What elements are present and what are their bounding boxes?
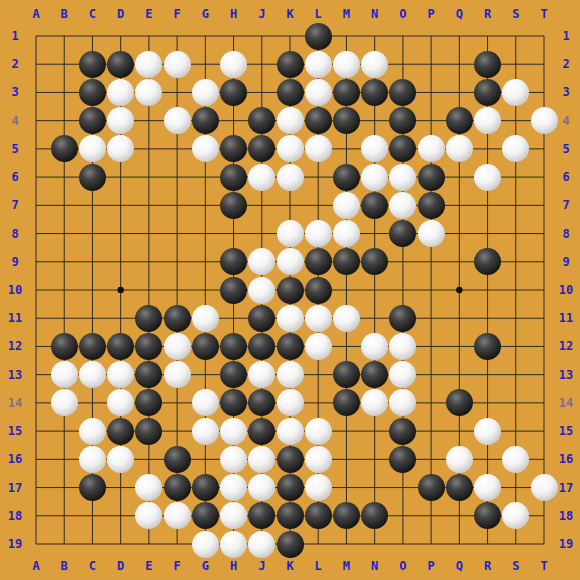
col-label: E: [145, 8, 152, 20]
white-stone: [277, 389, 304, 416]
col-label: A: [32, 8, 39, 20]
col-label: N: [371, 560, 378, 572]
black-stone: [418, 164, 445, 191]
col-label: H: [230, 8, 237, 20]
black-stone: [220, 277, 247, 304]
col-label: D: [117, 8, 124, 20]
row-label: 3: [11, 86, 18, 98]
white-stone: [51, 361, 78, 388]
white-stone: [305, 418, 332, 445]
col-label: T: [540, 560, 547, 572]
white-stone: [333, 192, 360, 219]
row-label: 11: [8, 312, 22, 324]
row-label: 18: [559, 510, 573, 522]
white-stone: [79, 361, 106, 388]
white-stone: [305, 51, 332, 78]
col-label: J: [258, 560, 265, 572]
row-label: 12: [559, 340, 573, 352]
row-label: 2: [562, 58, 569, 70]
black-stone: [79, 107, 106, 134]
white-stone: [531, 107, 558, 134]
black-stone: [164, 474, 191, 501]
col-label: O: [399, 8, 406, 20]
black-stone: [474, 51, 501, 78]
black-stone: [361, 79, 388, 106]
black-stone: [446, 474, 473, 501]
row-label: 16: [559, 453, 573, 465]
black-stone: [333, 248, 360, 275]
row-label: 14: [8, 397, 22, 409]
row-label: 9: [562, 256, 569, 268]
black-stone: [192, 333, 219, 360]
row-label: 8: [562, 228, 569, 240]
white-stone: [305, 305, 332, 332]
black-stone: [418, 474, 445, 501]
white-stone: [192, 135, 219, 162]
white-stone: [474, 164, 501, 191]
col-label: M: [343, 8, 350, 20]
white-stone: [502, 446, 529, 473]
col-label: L: [315, 8, 322, 20]
black-stone: [79, 164, 106, 191]
row-label: 17: [8, 482, 22, 494]
black-stone: [79, 474, 106, 501]
black-stone: [220, 361, 247, 388]
black-stone: [389, 446, 416, 473]
black-stone: [107, 333, 134, 360]
row-label: 11: [559, 312, 573, 324]
black-stone: [248, 418, 275, 445]
white-stone: [305, 446, 332, 473]
black-stone: [277, 531, 304, 558]
col-label: S: [512, 8, 519, 20]
white-stone: [531, 474, 558, 501]
white-stone: [248, 164, 275, 191]
black-stone: [79, 51, 106, 78]
white-stone: [446, 446, 473, 473]
black-stone: [51, 333, 78, 360]
black-stone: [277, 51, 304, 78]
black-stone: [164, 305, 191, 332]
col-label: Q: [456, 8, 463, 20]
white-stone: [361, 333, 388, 360]
black-stone: [333, 361, 360, 388]
white-stone: [502, 79, 529, 106]
row-label: 2: [11, 58, 18, 70]
black-stone: [135, 305, 162, 332]
col-label: S: [512, 560, 519, 572]
white-stone: [389, 164, 416, 191]
col-label: G: [202, 8, 209, 20]
white-stone: [220, 418, 247, 445]
row-label: 5: [562, 143, 569, 155]
white-stone: [164, 51, 191, 78]
row-label: 17: [559, 482, 573, 494]
col-label: B: [61, 8, 68, 20]
black-stone: [220, 79, 247, 106]
black-stone: [107, 51, 134, 78]
white-stone: [277, 220, 304, 247]
black-stone: [220, 192, 247, 219]
row-label: 4: [562, 115, 569, 127]
col-label: N: [371, 8, 378, 20]
black-stone: [277, 446, 304, 473]
col-label: E: [145, 560, 152, 572]
black-stone: [389, 418, 416, 445]
black-stone: [220, 164, 247, 191]
black-stone: [446, 389, 473, 416]
black-stone: [333, 79, 360, 106]
col-label: O: [399, 560, 406, 572]
white-stone: [277, 418, 304, 445]
black-stone: [79, 333, 106, 360]
col-label: R: [484, 8, 491, 20]
white-stone: [418, 135, 445, 162]
row-label: 10: [559, 284, 573, 296]
col-label: Q: [456, 560, 463, 572]
row-label: 7: [562, 199, 569, 211]
row-label: 3: [562, 86, 569, 98]
white-stone: [305, 333, 332, 360]
white-stone: [164, 502, 191, 529]
black-stone: [418, 192, 445, 219]
row-label: 13: [8, 369, 22, 381]
black-stone: [446, 107, 473, 134]
black-stone: [305, 107, 332, 134]
go-board[interactable]: [0, 0, 580, 580]
col-label: A: [32, 560, 39, 572]
white-stone: [305, 220, 332, 247]
white-stone: [446, 135, 473, 162]
row-label: 6: [562, 171, 569, 183]
white-stone: [277, 305, 304, 332]
white-stone: [220, 531, 247, 558]
col-label: H: [230, 560, 237, 572]
black-stone: [361, 192, 388, 219]
white-stone: [79, 418, 106, 445]
white-stone: [418, 220, 445, 247]
black-stone: [51, 135, 78, 162]
row-label: 19: [559, 538, 573, 550]
black-stone: [220, 333, 247, 360]
black-stone: [333, 502, 360, 529]
white-stone: [333, 305, 360, 332]
black-stone: [192, 502, 219, 529]
col-label: K: [286, 8, 293, 20]
white-stone: [248, 446, 275, 473]
white-stone: [248, 531, 275, 558]
col-label: P: [427, 560, 434, 572]
white-stone: [220, 446, 247, 473]
black-stone: [277, 79, 304, 106]
black-stone: [79, 79, 106, 106]
black-stone: [277, 333, 304, 360]
row-label: 7: [11, 199, 18, 211]
white-stone: [277, 164, 304, 191]
white-stone: [51, 389, 78, 416]
black-stone: [305, 23, 332, 50]
black-stone: [333, 164, 360, 191]
white-stone: [79, 446, 106, 473]
col-label: P: [427, 8, 434, 20]
white-stone: [277, 107, 304, 134]
row-label: 1: [562, 30, 569, 42]
black-stone: [192, 474, 219, 501]
white-stone: [389, 192, 416, 219]
col-label: R: [484, 560, 491, 572]
white-stone: [135, 51, 162, 78]
col-label: K: [286, 560, 293, 572]
white-stone: [164, 333, 191, 360]
white-stone: [474, 474, 501, 501]
white-stone: [277, 361, 304, 388]
black-stone: [389, 305, 416, 332]
white-stone: [248, 277, 275, 304]
white-stone: [220, 51, 247, 78]
col-label: F: [173, 8, 180, 20]
white-stone: [107, 79, 134, 106]
white-stone: [192, 418, 219, 445]
white-stone: [220, 474, 247, 501]
black-stone: [135, 418, 162, 445]
white-stone: [164, 107, 191, 134]
col-label: T: [540, 8, 547, 20]
white-stone: [192, 79, 219, 106]
row-label: 19: [8, 538, 22, 550]
col-label: C: [89, 8, 96, 20]
white-stone: [192, 305, 219, 332]
white-stone: [192, 531, 219, 558]
white-stone: [333, 220, 360, 247]
black-stone: [305, 502, 332, 529]
col-label: F: [173, 560, 180, 572]
row-label: 14: [559, 397, 573, 409]
white-stone: [277, 248, 304, 275]
col-label: D: [117, 560, 124, 572]
white-stone: [361, 164, 388, 191]
row-label: 8: [11, 228, 18, 240]
col-label: J: [258, 8, 265, 20]
white-stone: [192, 389, 219, 416]
row-label: 15: [559, 425, 573, 437]
col-label: C: [89, 560, 96, 572]
white-stone: [361, 51, 388, 78]
row-label: 1: [11, 30, 18, 42]
black-stone: [248, 305, 275, 332]
star-point: [117, 287, 123, 293]
black-stone: [474, 79, 501, 106]
star-point: [456, 287, 462, 293]
black-stone: [277, 474, 304, 501]
black-stone: [248, 333, 275, 360]
black-stone: [333, 107, 360, 134]
white-stone: [305, 135, 332, 162]
row-label: 16: [8, 453, 22, 465]
black-stone: [474, 333, 501, 360]
row-label: 12: [8, 340, 22, 352]
row-label: 18: [8, 510, 22, 522]
white-stone: [107, 446, 134, 473]
black-stone: [164, 446, 191, 473]
white-stone: [333, 51, 360, 78]
white-stone: [164, 361, 191, 388]
black-stone: [277, 502, 304, 529]
black-stone: [277, 277, 304, 304]
black-stone: [192, 107, 219, 134]
white-stone: [305, 79, 332, 106]
row-label: 4: [11, 115, 18, 127]
white-stone: [474, 107, 501, 134]
go-app: AABBCCDDEEFFGGHHJJKKLLMMNNOOPPQQRRSSTT11…: [0, 0, 580, 580]
col-label: B: [61, 560, 68, 572]
white-stone: [305, 474, 332, 501]
row-label: 13: [559, 369, 573, 381]
row-label: 9: [11, 256, 18, 268]
row-label: 15: [8, 425, 22, 437]
black-stone: [305, 248, 332, 275]
col-label: L: [315, 560, 322, 572]
col-label: G: [202, 560, 209, 572]
col-label: M: [343, 560, 350, 572]
black-stone: [107, 418, 134, 445]
row-label: 5: [11, 143, 18, 155]
row-label: 10: [8, 284, 22, 296]
white-stone: [277, 135, 304, 162]
white-stone: [474, 418, 501, 445]
row-label: 6: [11, 171, 18, 183]
black-stone: [305, 277, 332, 304]
